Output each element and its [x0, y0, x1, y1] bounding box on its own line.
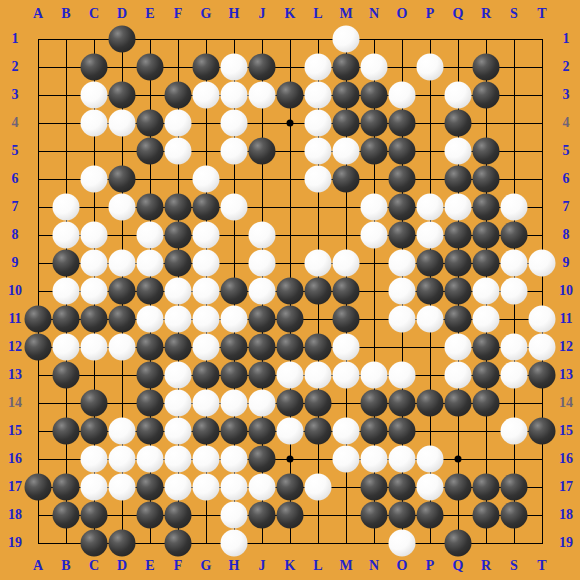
white-stone[interactable] [473, 278, 500, 305]
black-stone[interactable] [249, 446, 276, 473]
white-stone[interactable] [333, 418, 360, 445]
row-label: 12 [8, 340, 22, 354]
col-label: B [61, 7, 70, 21]
col-label: H [229, 559, 240, 573]
black-stone[interactable] [165, 334, 192, 361]
white-stone[interactable] [53, 194, 80, 221]
col-label: H [229, 7, 240, 21]
white-stone[interactable] [81, 446, 108, 473]
white-stone[interactable] [445, 334, 472, 361]
white-stone[interactable] [193, 250, 220, 277]
col-label: P [426, 7, 435, 21]
black-stone[interactable] [333, 54, 360, 81]
black-stone[interactable] [305, 334, 332, 361]
row-label: 9 [12, 256, 19, 270]
black-stone[interactable] [53, 306, 80, 333]
white-stone[interactable] [221, 306, 248, 333]
row-label: 4 [12, 116, 19, 130]
white-stone[interactable] [501, 194, 528, 221]
black-stone[interactable] [389, 474, 416, 501]
white-stone[interactable] [305, 166, 332, 193]
white-stone[interactable] [81, 474, 108, 501]
black-stone[interactable] [445, 530, 472, 557]
col-label: K [285, 7, 296, 21]
white-stone[interactable] [333, 334, 360, 361]
black-stone[interactable] [473, 250, 500, 277]
black-stone[interactable] [137, 110, 164, 137]
col-label: A [33, 559, 43, 573]
white-stone[interactable] [193, 390, 220, 417]
col-label: C [89, 559, 99, 573]
black-stone[interactable] [81, 390, 108, 417]
white-stone[interactable] [501, 418, 528, 445]
black-stone[interactable] [361, 474, 388, 501]
white-stone[interactable] [417, 306, 444, 333]
black-stone[interactable] [473, 166, 500, 193]
col-label: G [201, 559, 212, 573]
col-label: R [481, 559, 491, 573]
row-label: 19 [559, 536, 573, 550]
col-label: Q [453, 559, 464, 573]
black-stone[interactable] [81, 502, 108, 529]
white-stone[interactable] [417, 54, 444, 81]
black-stone[interactable] [81, 54, 108, 81]
black-stone[interactable] [389, 418, 416, 445]
black-stone[interactable] [165, 222, 192, 249]
black-stone[interactable] [137, 334, 164, 361]
white-stone[interactable] [81, 334, 108, 361]
white-stone[interactable] [473, 306, 500, 333]
black-stone[interactable] [249, 334, 276, 361]
black-stone[interactable] [473, 362, 500, 389]
white-stone[interactable] [361, 194, 388, 221]
black-stone[interactable] [137, 54, 164, 81]
white-stone[interactable] [221, 138, 248, 165]
black-stone[interactable] [333, 166, 360, 193]
white-stone[interactable] [109, 250, 136, 277]
black-stone[interactable] [389, 166, 416, 193]
white-stone[interactable] [137, 250, 164, 277]
black-stone[interactable] [361, 110, 388, 137]
white-stone[interactable] [417, 194, 444, 221]
white-stone[interactable] [165, 446, 192, 473]
row-label: 6 [563, 172, 570, 186]
white-stone[interactable] [501, 334, 528, 361]
white-stone[interactable] [305, 54, 332, 81]
white-stone[interactable] [221, 446, 248, 473]
white-stone[interactable] [333, 446, 360, 473]
white-stone[interactable] [81, 82, 108, 109]
black-stone[interactable] [221, 362, 248, 389]
black-stone[interactable] [333, 110, 360, 137]
black-stone[interactable] [165, 194, 192, 221]
white-stone[interactable] [305, 362, 332, 389]
black-stone[interactable] [473, 390, 500, 417]
black-stone[interactable] [165, 250, 192, 277]
white-stone[interactable] [109, 334, 136, 361]
white-stone[interactable] [165, 418, 192, 445]
white-stone[interactable] [81, 222, 108, 249]
col-label: O [397, 7, 408, 21]
black-stone[interactable] [109, 166, 136, 193]
white-stone[interactable] [361, 54, 388, 81]
white-stone[interactable] [109, 110, 136, 137]
row-label: 10 [559, 284, 573, 298]
col-label: D [117, 7, 127, 21]
black-stone[interactable] [417, 250, 444, 277]
black-stone[interactable] [333, 278, 360, 305]
black-stone[interactable] [417, 390, 444, 417]
row-label: 15 [559, 424, 573, 438]
black-stone[interactable] [193, 362, 220, 389]
col-label: R [481, 7, 491, 21]
white-stone[interactable] [221, 390, 248, 417]
black-stone[interactable] [445, 306, 472, 333]
black-stone[interactable] [53, 502, 80, 529]
white-stone[interactable] [333, 250, 360, 277]
col-label: S [510, 559, 518, 573]
row-label: 4 [563, 116, 570, 130]
black-stone[interactable] [445, 166, 472, 193]
row-label: 17 [559, 480, 573, 494]
black-stone[interactable] [137, 138, 164, 165]
row-label: 16 [8, 452, 22, 466]
black-stone[interactable] [529, 418, 556, 445]
black-stone[interactable] [473, 222, 500, 249]
white-stone[interactable] [277, 362, 304, 389]
black-stone[interactable] [249, 362, 276, 389]
black-stone[interactable] [361, 138, 388, 165]
black-stone[interactable] [249, 502, 276, 529]
black-stone[interactable] [333, 82, 360, 109]
black-stone[interactable] [249, 306, 276, 333]
white-stone[interactable] [529, 334, 556, 361]
black-stone[interactable] [389, 138, 416, 165]
row-label: 12 [559, 340, 573, 354]
black-stone[interactable] [501, 474, 528, 501]
white-stone[interactable] [165, 390, 192, 417]
row-label: 14 [8, 396, 22, 410]
white-stone[interactable] [333, 138, 360, 165]
white-stone[interactable] [305, 250, 332, 277]
black-stone[interactable] [25, 306, 52, 333]
white-stone[interactable] [221, 530, 248, 557]
white-stone[interactable] [445, 194, 472, 221]
black-stone[interactable] [109, 530, 136, 557]
row-label: 18 [8, 508, 22, 522]
white-stone[interactable] [249, 250, 276, 277]
black-stone[interactable] [473, 334, 500, 361]
white-stone[interactable] [221, 502, 248, 529]
white-stone[interactable] [417, 474, 444, 501]
black-stone[interactable] [417, 278, 444, 305]
black-stone[interactable] [249, 54, 276, 81]
black-stone[interactable] [277, 306, 304, 333]
row-label: 17 [8, 480, 22, 494]
black-stone[interactable] [137, 194, 164, 221]
white-stone[interactable] [221, 110, 248, 137]
white-stone[interactable] [193, 82, 220, 109]
black-stone[interactable] [277, 278, 304, 305]
white-stone[interactable] [165, 110, 192, 137]
col-label: E [145, 559, 154, 573]
go-app-screen: ABCDEFGHJKLMNOPQRST ABCDEFGHJKLMNOPQRST … [0, 0, 580, 580]
black-stone[interactable] [25, 334, 52, 361]
white-stone[interactable] [165, 138, 192, 165]
row-label: 14 [559, 396, 573, 410]
black-stone[interactable] [361, 390, 388, 417]
go-board[interactable]: ABCDEFGHJKLMNOPQRST ABCDEFGHJKLMNOPQRST … [0, 0, 580, 580]
white-stone[interactable] [305, 474, 332, 501]
white-stone[interactable] [249, 278, 276, 305]
black-stone[interactable] [193, 54, 220, 81]
white-stone[interactable] [165, 474, 192, 501]
col-label: B [61, 559, 70, 573]
black-stone[interactable] [277, 82, 304, 109]
white-stone[interactable] [221, 54, 248, 81]
black-stone[interactable] [445, 474, 472, 501]
row-label: 3 [563, 88, 570, 102]
col-label: C [89, 7, 99, 21]
white-stone[interactable] [389, 82, 416, 109]
black-stone[interactable] [137, 474, 164, 501]
black-stone[interactable] [361, 82, 388, 109]
black-stone[interactable] [53, 474, 80, 501]
black-stone[interactable] [193, 418, 220, 445]
white-stone[interactable] [305, 138, 332, 165]
black-stone[interactable] [109, 82, 136, 109]
black-stone[interactable] [445, 110, 472, 137]
white-stone[interactable] [53, 278, 80, 305]
white-stone[interactable] [109, 474, 136, 501]
black-stone[interactable] [137, 502, 164, 529]
row-label: 19 [8, 536, 22, 550]
col-label: F [174, 559, 183, 573]
black-stone[interactable] [109, 306, 136, 333]
white-stone[interactable] [445, 138, 472, 165]
col-label: D [117, 559, 127, 573]
black-stone[interactable] [389, 222, 416, 249]
black-stone[interactable] [473, 502, 500, 529]
black-stone[interactable] [417, 502, 444, 529]
row-label: 7 [563, 200, 570, 214]
white-stone[interactable] [417, 446, 444, 473]
black-stone[interactable] [333, 306, 360, 333]
black-stone[interactable] [473, 82, 500, 109]
black-stone[interactable] [305, 278, 332, 305]
black-stone[interactable] [193, 194, 220, 221]
col-label: Q [453, 7, 464, 21]
white-stone[interactable] [81, 110, 108, 137]
white-stone[interactable] [165, 306, 192, 333]
white-stone[interactable] [137, 222, 164, 249]
black-stone[interactable] [81, 306, 108, 333]
white-stone[interactable] [249, 82, 276, 109]
white-stone[interactable] [249, 222, 276, 249]
white-stone[interactable] [361, 446, 388, 473]
col-label: L [313, 559, 322, 573]
white-stone[interactable] [529, 306, 556, 333]
black-stone[interactable] [501, 222, 528, 249]
white-stone[interactable] [81, 166, 108, 193]
black-stone[interactable] [53, 250, 80, 277]
white-stone[interactable] [501, 362, 528, 389]
black-stone[interactable] [165, 82, 192, 109]
col-label: N [369, 559, 379, 573]
white-stone[interactable] [81, 278, 108, 305]
black-stone[interactable] [445, 390, 472, 417]
white-stone[interactable] [389, 306, 416, 333]
white-stone[interactable] [389, 278, 416, 305]
row-label: 1 [12, 32, 19, 46]
white-stone[interactable] [389, 362, 416, 389]
row-label: 9 [563, 256, 570, 270]
white-stone[interactable] [193, 334, 220, 361]
white-stone[interactable] [333, 26, 360, 53]
col-label: G [201, 7, 212, 21]
white-stone[interactable] [81, 250, 108, 277]
black-stone[interactable] [221, 278, 248, 305]
stones-layer [38, 39, 543, 544]
white-stone[interactable] [193, 278, 220, 305]
row-label: 1 [563, 32, 570, 46]
row-label: 13 [8, 368, 22, 382]
row-label: 5 [12, 144, 19, 158]
white-stone[interactable] [277, 418, 304, 445]
row-label: 16 [559, 452, 573, 466]
black-stone[interactable] [305, 390, 332, 417]
black-stone[interactable] [137, 418, 164, 445]
black-stone[interactable] [277, 334, 304, 361]
white-stone[interactable] [193, 474, 220, 501]
black-stone[interactable] [473, 474, 500, 501]
black-stone[interactable] [473, 138, 500, 165]
black-stone[interactable] [165, 530, 192, 557]
black-stone[interactable] [445, 222, 472, 249]
col-label: F [174, 7, 183, 21]
white-stone[interactable] [109, 194, 136, 221]
white-stone[interactable] [109, 446, 136, 473]
col-label: T [537, 7, 546, 21]
row-label: 10 [8, 284, 22, 298]
black-stone[interactable] [249, 138, 276, 165]
black-stone[interactable] [249, 418, 276, 445]
black-stone[interactable] [53, 362, 80, 389]
black-stone[interactable] [109, 26, 136, 53]
white-stone[interactable] [53, 222, 80, 249]
white-stone[interactable] [389, 530, 416, 557]
col-label: O [397, 559, 408, 573]
black-stone[interactable] [389, 194, 416, 221]
black-stone[interactable] [361, 418, 388, 445]
black-stone[interactable] [277, 390, 304, 417]
white-stone[interactable] [529, 250, 556, 277]
white-stone[interactable] [249, 474, 276, 501]
white-stone[interactable] [193, 306, 220, 333]
row-label: 13 [559, 368, 573, 382]
white-stone[interactable] [193, 222, 220, 249]
col-label: J [259, 7, 266, 21]
black-stone[interactable] [361, 502, 388, 529]
col-label: K [285, 559, 296, 573]
white-stone[interactable] [137, 446, 164, 473]
white-stone[interactable] [305, 110, 332, 137]
white-stone[interactable] [137, 306, 164, 333]
row-label: 6 [12, 172, 19, 186]
black-stone[interactable] [137, 362, 164, 389]
white-stone[interactable] [249, 390, 276, 417]
black-stone[interactable] [109, 278, 136, 305]
white-stone[interactable] [445, 362, 472, 389]
row-label: 7 [12, 200, 19, 214]
col-label: M [339, 7, 352, 21]
row-label: 2 [563, 60, 570, 74]
col-label: T [537, 559, 546, 573]
black-stone[interactable] [529, 362, 556, 389]
white-stone[interactable] [501, 250, 528, 277]
black-stone[interactable] [473, 194, 500, 221]
black-stone[interactable] [221, 418, 248, 445]
white-stone[interactable] [333, 362, 360, 389]
black-stone[interactable] [445, 278, 472, 305]
white-stone[interactable] [221, 194, 248, 221]
black-stone[interactable] [137, 278, 164, 305]
white-stone[interactable] [53, 334, 80, 361]
row-label: 5 [563, 144, 570, 158]
col-label: E [145, 7, 154, 21]
black-stone[interactable] [277, 502, 304, 529]
white-stone[interactable] [389, 446, 416, 473]
black-stone[interactable] [305, 418, 332, 445]
black-stone[interactable] [389, 502, 416, 529]
col-label: P [426, 559, 435, 573]
col-label: S [510, 7, 518, 21]
white-stone[interactable] [389, 250, 416, 277]
black-stone[interactable] [389, 110, 416, 137]
col-label: J [259, 559, 266, 573]
white-stone[interactable] [501, 278, 528, 305]
black-stone[interactable] [445, 250, 472, 277]
white-stone[interactable] [109, 418, 136, 445]
black-stone[interactable] [501, 502, 528, 529]
black-stone[interactable] [25, 474, 52, 501]
black-stone[interactable] [277, 474, 304, 501]
white-stone[interactable] [221, 82, 248, 109]
black-stone[interactable] [81, 530, 108, 557]
col-label: M [339, 559, 352, 573]
black-stone[interactable] [221, 334, 248, 361]
white-stone[interactable] [193, 446, 220, 473]
black-stone[interactable] [389, 390, 416, 417]
row-label: 8 [563, 228, 570, 242]
white-stone[interactable] [361, 222, 388, 249]
white-stone[interactable] [193, 166, 220, 193]
white-stone[interactable] [361, 362, 388, 389]
white-stone[interactable] [417, 222, 444, 249]
white-stone[interactable] [165, 362, 192, 389]
black-stone[interactable] [473, 54, 500, 81]
white-stone[interactable] [445, 82, 472, 109]
black-stone[interactable] [81, 418, 108, 445]
black-stone[interactable] [53, 418, 80, 445]
row-label: 3 [12, 88, 19, 102]
white-stone[interactable] [221, 474, 248, 501]
black-stone[interactable] [165, 502, 192, 529]
black-stone[interactable] [137, 390, 164, 417]
col-label: L [313, 7, 322, 21]
white-stone[interactable] [165, 278, 192, 305]
white-stone[interactable] [305, 82, 332, 109]
